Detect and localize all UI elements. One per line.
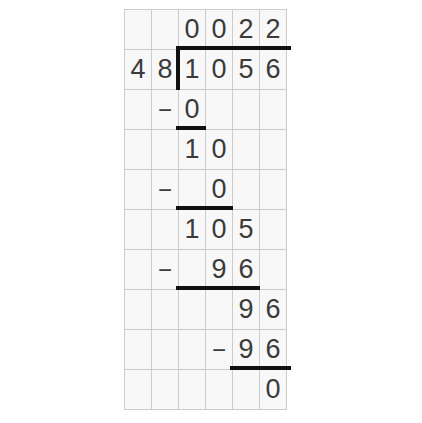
cell-r7c3 bbox=[179, 250, 206, 290]
minus-sign-r3: − bbox=[152, 90, 179, 130]
subtraction-line-1 bbox=[176, 126, 206, 130]
cell-r8c3 bbox=[179, 290, 206, 330]
cell-r2c1: 4 bbox=[125, 50, 152, 90]
minus-sign-r5: − bbox=[152, 170, 179, 210]
cell-r9c3 bbox=[179, 330, 206, 370]
division-bracket-vertical-line bbox=[176, 46, 180, 90]
long-division-grid: 0022481056−010−0105−9696−960 bbox=[124, 9, 287, 410]
cell-r4c3: 1 bbox=[179, 130, 206, 170]
cell-r6c3: 1 bbox=[179, 210, 206, 250]
subtraction-line-3 bbox=[176, 286, 260, 290]
cell-r9c5: 9 bbox=[233, 330, 260, 370]
cell-r5c5 bbox=[233, 170, 260, 210]
cell-r7c4: 9 bbox=[206, 250, 233, 290]
cell-r5c4: 0 bbox=[206, 170, 233, 210]
cell-r2c4: 0 bbox=[206, 50, 233, 90]
cell-r8c2 bbox=[152, 290, 179, 330]
cell-r8c5: 9 bbox=[233, 290, 260, 330]
cell-r8c4 bbox=[206, 290, 233, 330]
cell-r10c4 bbox=[206, 370, 233, 410]
cell-r3c4 bbox=[206, 90, 233, 130]
cell-r9c2 bbox=[152, 330, 179, 370]
cell-r8c1 bbox=[125, 290, 152, 330]
division-bracket-horizontal-line bbox=[176, 46, 291, 50]
cell-r5c1 bbox=[125, 170, 152, 210]
cell-r1c2 bbox=[152, 10, 179, 50]
cell-r7c6 bbox=[260, 250, 287, 290]
cell-r10c5 bbox=[233, 370, 260, 410]
cell-r6c1 bbox=[125, 210, 152, 250]
cell-r3c6 bbox=[260, 90, 287, 130]
cell-r10c6: 0 bbox=[260, 370, 287, 410]
cell-r3c3: 0 bbox=[179, 90, 206, 130]
minus-sign-r9: − bbox=[206, 330, 233, 370]
cell-r4c1 bbox=[125, 130, 152, 170]
cell-r6c6 bbox=[260, 210, 287, 250]
cell-r1c4: 0 bbox=[206, 10, 233, 50]
cell-r2c5: 5 bbox=[233, 50, 260, 90]
cell-r1c1 bbox=[125, 10, 152, 50]
cell-r3c1 bbox=[125, 90, 152, 130]
cell-r4c6 bbox=[260, 130, 287, 170]
cell-r4c5 bbox=[233, 130, 260, 170]
cell-r4c4: 0 bbox=[206, 130, 233, 170]
cell-r9c1 bbox=[125, 330, 152, 370]
cell-r7c1 bbox=[125, 250, 152, 290]
cell-r10c2 bbox=[152, 370, 179, 410]
subtraction-line-4 bbox=[230, 366, 291, 370]
cell-r8c6: 6 bbox=[260, 290, 287, 330]
cell-r6c4: 0 bbox=[206, 210, 233, 250]
cell-r2c2: 8 bbox=[152, 50, 179, 90]
cell-r6c5: 5 bbox=[233, 210, 260, 250]
cell-r9c6: 6 bbox=[260, 330, 287, 370]
cell-r5c3 bbox=[179, 170, 206, 210]
subtraction-line-2 bbox=[176, 206, 233, 210]
cell-r1c5: 2 bbox=[233, 10, 260, 50]
cell-r6c2 bbox=[152, 210, 179, 250]
minus-sign-r7: − bbox=[152, 250, 179, 290]
cell-r10c1 bbox=[125, 370, 152, 410]
cell-r1c3: 0 bbox=[179, 10, 206, 50]
cell-r4c2 bbox=[152, 130, 179, 170]
cell-r10c3 bbox=[179, 370, 206, 410]
cell-r2c6: 6 bbox=[260, 50, 287, 90]
cell-r3c5 bbox=[233, 90, 260, 130]
cell-r5c6 bbox=[260, 170, 287, 210]
cell-r2c3: 1 bbox=[179, 50, 206, 90]
cell-r7c5: 6 bbox=[233, 250, 260, 290]
cell-r1c6: 2 bbox=[260, 10, 287, 50]
